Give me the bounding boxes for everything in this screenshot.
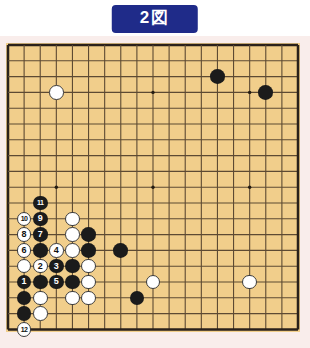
figure-title: 2図 — [140, 8, 170, 27]
move-2-stone: 2 — [33, 259, 48, 274]
move-3-stone: 3 — [49, 259, 64, 274]
stone-white — [65, 243, 80, 258]
stone-black — [81, 243, 96, 258]
stone-black — [17, 291, 32, 306]
move-1-stone: 1 — [17, 275, 32, 290]
stone-white — [49, 85, 64, 100]
stone-white — [242, 275, 257, 290]
stone-black — [210, 69, 225, 84]
move-10-stone: 10 — [17, 212, 32, 227]
move-6-stone: 6 — [17, 243, 32, 258]
move-9-stone: 9 — [33, 212, 48, 227]
stone-black — [33, 275, 48, 290]
move-8-stone: 8 — [17, 227, 32, 242]
stone-black — [113, 243, 128, 258]
stone-white — [65, 212, 80, 227]
stone-white — [81, 291, 96, 306]
stone-white — [17, 259, 32, 274]
move-7-stone: 7 — [33, 227, 48, 242]
stone-black — [258, 85, 273, 100]
move-5-stone: 5 — [49, 275, 64, 290]
stone-black — [130, 291, 145, 306]
stone-black — [33, 243, 48, 258]
stone-white — [33, 306, 48, 321]
move-11-stone: 11 — [33, 196, 48, 211]
stone-black — [81, 227, 96, 242]
move-4-stone: 4 — [49, 243, 64, 258]
figure-title-badge: 2図 — [112, 5, 198, 33]
stone-white — [146, 275, 161, 290]
stone-black — [65, 259, 80, 274]
stone-black — [17, 306, 32, 321]
stone-white — [81, 275, 96, 290]
go-board: 111098764231512 — [6, 43, 300, 332]
stone-white — [65, 291, 80, 306]
stone-black — [65, 275, 80, 290]
stones-layer: 111098764231512 — [6, 43, 300, 332]
stone-white — [65, 227, 80, 242]
stone-white — [33, 291, 48, 306]
move-12-stone: 12 — [17, 322, 32, 337]
stone-white — [81, 259, 96, 274]
